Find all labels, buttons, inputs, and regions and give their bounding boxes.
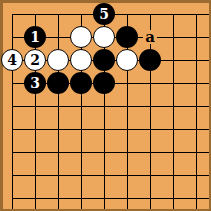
grid-line-horizontal (12, 198, 209, 199)
grid-line-horizontal (12, 106, 209, 107)
grid-line-vertical (173, 14, 174, 209)
stone-black (116, 26, 138, 48)
grid-line-vertical (12, 14, 13, 209)
stone-white (70, 49, 92, 71)
stone-white (93, 26, 115, 48)
board-edge-left (0, 0, 3, 211)
go-board: 51423a (0, 0, 211, 211)
stone-black (93, 72, 115, 94)
stone-white (47, 49, 69, 71)
grid-line-vertical (196, 14, 197, 209)
stone-black-move-1: 1 (24, 26, 46, 48)
stone-black (70, 72, 92, 94)
grid-line-vertical (58, 14, 59, 209)
stone-black-move-5: 5 (93, 3, 115, 25)
stone-white-move-2: 2 (24, 49, 46, 71)
stone-black (139, 49, 161, 71)
board-edge-right (209, 0, 211, 211)
grid-line-horizontal (12, 175, 209, 176)
stone-black (47, 72, 69, 94)
stone-white (70, 26, 92, 48)
stone-black-move-3: 3 (24, 72, 46, 94)
stone-black (93, 49, 115, 71)
grid-line-horizontal (12, 129, 209, 130)
stone-white (116, 49, 138, 71)
point-label-a: a (143, 30, 157, 44)
board-edge-bottom (0, 209, 211, 211)
stone-white-move-4: 4 (1, 49, 23, 71)
grid-line-horizontal (12, 152, 209, 153)
